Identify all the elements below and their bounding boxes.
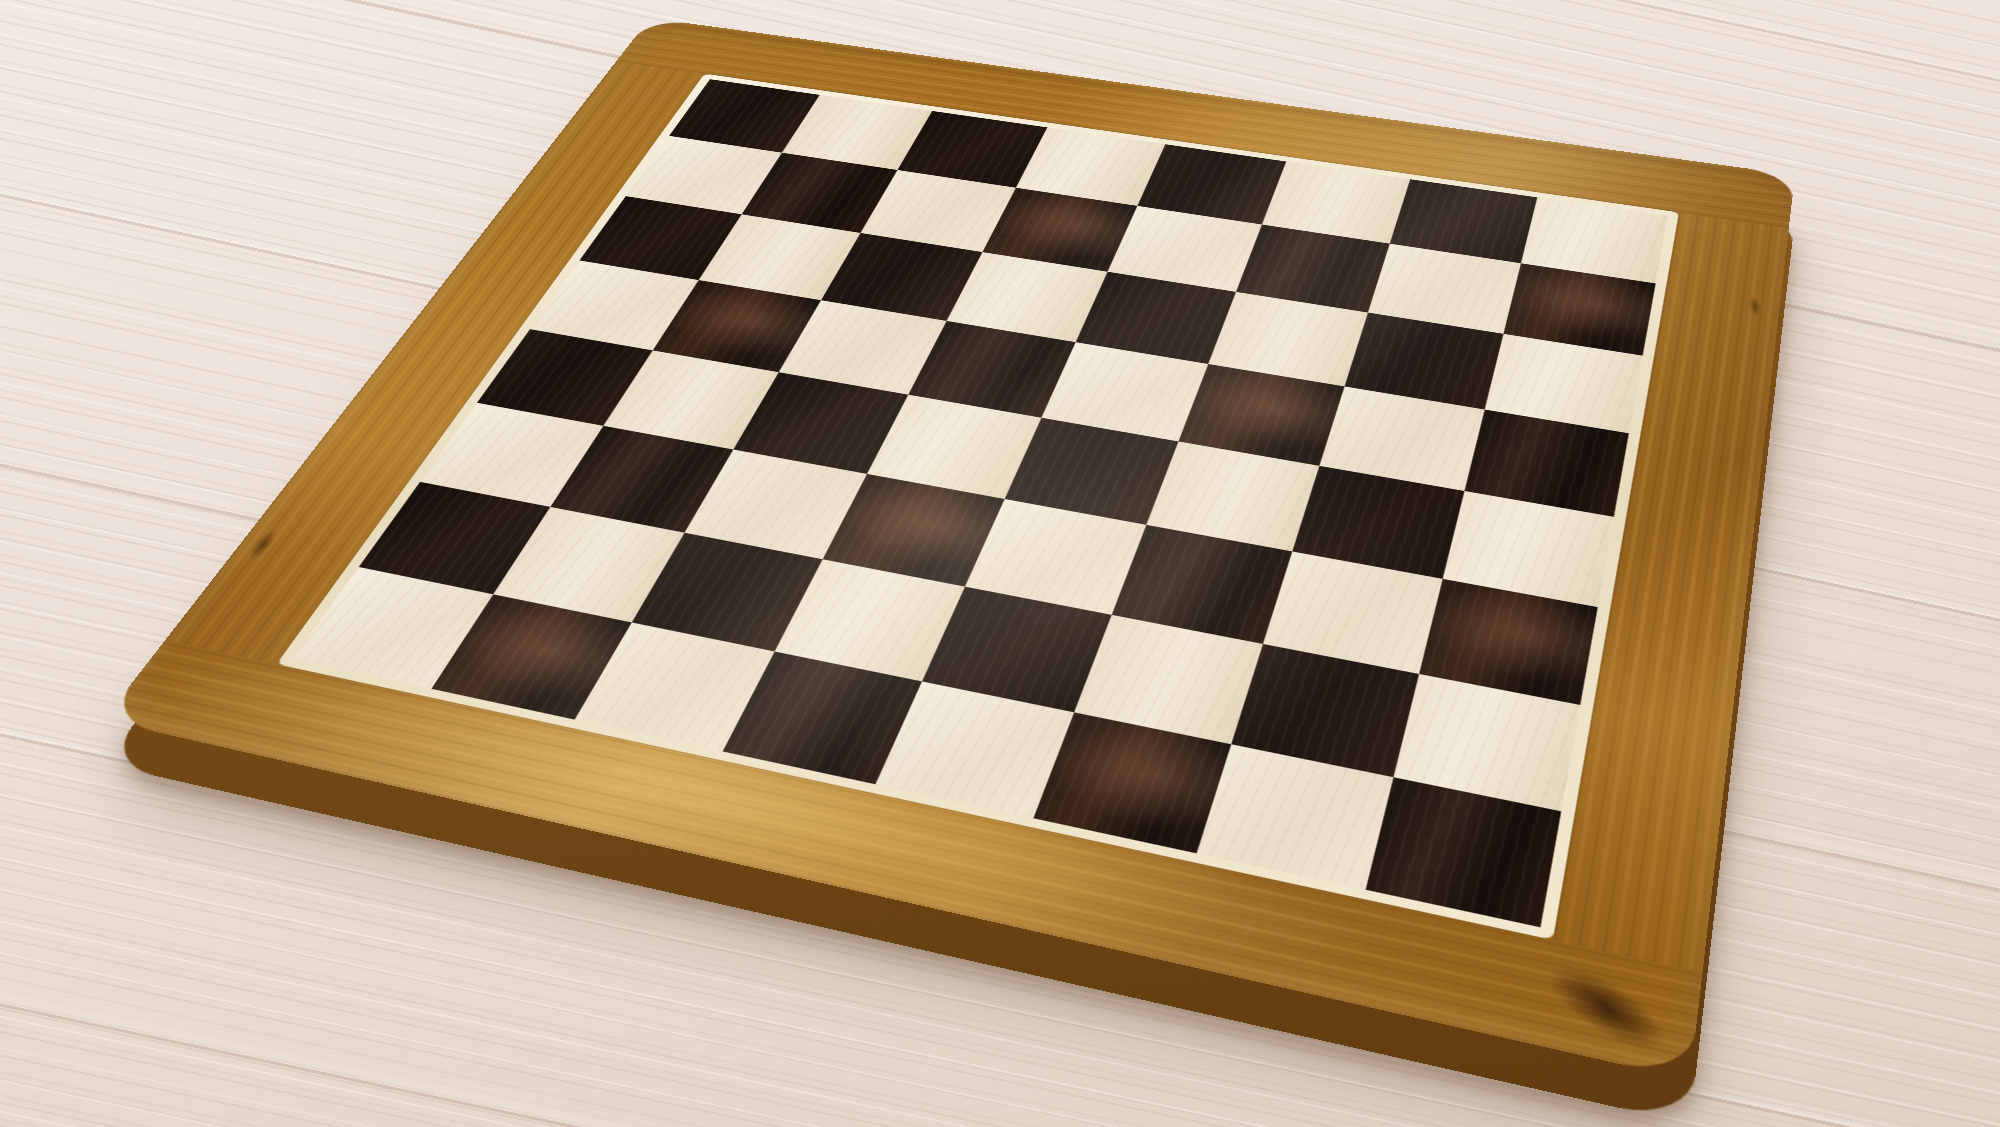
photo-scene	[0, 0, 2000, 1127]
